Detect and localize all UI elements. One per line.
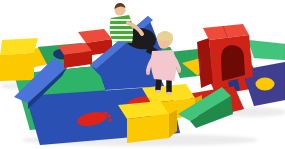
yellow-cube-block	[0, 38, 38, 81]
green-mat-behind-tunnel	[248, 40, 285, 60]
girl-hand-right	[177, 69, 181, 73]
soft-play-scene	[0, 0, 285, 149]
cube-top	[0, 38, 38, 55]
girl-foot-left	[155, 90, 161, 93]
girl-hair-fringe	[157, 32, 173, 41]
girl-leg-left	[158, 78, 159, 89]
girl-torso	[151, 50, 176, 81]
cube-front	[0, 53, 34, 81]
girl-hand-left	[146, 71, 150, 75]
yellow-step-lower-front	[127, 114, 169, 143]
yellow-step-lower-side	[169, 110, 177, 138]
tunnel-arch-opening	[221, 45, 245, 81]
girl-foot-right	[166, 92, 172, 95]
yellow-circle-shape	[256, 78, 275, 91]
scene-canvas	[0, 0, 285, 149]
